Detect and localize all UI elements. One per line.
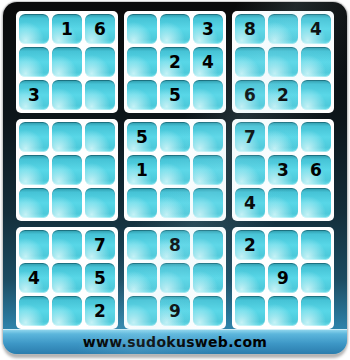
cell-r4c4[interactable]: 5 bbox=[127, 122, 157, 152]
footer-url: www.sudokusweb.com bbox=[83, 334, 267, 350]
cell-r1c8[interactable] bbox=[268, 14, 298, 44]
cell-r8c9[interactable] bbox=[301, 263, 331, 293]
cell-r5c5[interactable] bbox=[160, 155, 190, 185]
cell-r4c6[interactable] bbox=[193, 122, 223, 152]
cell-r8c1[interactable]: 4 bbox=[19, 263, 49, 293]
cell-r9c3[interactable]: 2 bbox=[85, 296, 115, 326]
cell-r4c2[interactable] bbox=[52, 122, 82, 152]
box-1: 163 bbox=[16, 11, 118, 113]
cell-r1c4[interactable] bbox=[127, 14, 157, 44]
box-9: 29 bbox=[232, 227, 334, 329]
cell-r1c5[interactable] bbox=[160, 14, 190, 44]
cell-r3c5[interactable]: 5 bbox=[160, 80, 190, 110]
cell-r5c9[interactable]: 6 bbox=[301, 155, 331, 185]
cell-r5c1[interactable] bbox=[19, 155, 49, 185]
cell-r5c6[interactable] bbox=[193, 155, 223, 185]
cell-r1c6[interactable]: 3 bbox=[193, 14, 223, 44]
cell-r8c3[interactable]: 5 bbox=[85, 263, 115, 293]
cell-r7c1[interactable] bbox=[19, 230, 49, 260]
cell-r3c2[interactable] bbox=[52, 80, 82, 110]
box-6: 7364 bbox=[232, 119, 334, 221]
cell-r7c3[interactable]: 7 bbox=[85, 230, 115, 260]
cell-r3c9[interactable] bbox=[301, 80, 331, 110]
cell-r2c2[interactable] bbox=[52, 47, 82, 77]
cell-r2c3[interactable] bbox=[85, 47, 115, 77]
cell-r4c5[interactable] bbox=[160, 122, 190, 152]
cell-r6c3[interactable] bbox=[85, 188, 115, 218]
cell-r5c8[interactable]: 3 bbox=[268, 155, 298, 185]
box-8: 89 bbox=[124, 227, 226, 329]
cell-r9c8[interactable] bbox=[268, 296, 298, 326]
cell-r7c7[interactable]: 2 bbox=[235, 230, 265, 260]
cell-r6c1[interactable] bbox=[19, 188, 49, 218]
cell-r7c2[interactable] bbox=[52, 230, 82, 260]
cell-r3c7[interactable]: 6 bbox=[235, 80, 265, 110]
cell-r2c5[interactable]: 2 bbox=[160, 47, 190, 77]
cell-r4c7[interactable]: 7 bbox=[235, 122, 265, 152]
cell-r6c9[interactable] bbox=[301, 188, 331, 218]
cell-r8c4[interactable] bbox=[127, 263, 157, 293]
cell-r9c5[interactable]: 9 bbox=[160, 296, 190, 326]
cell-r4c1[interactable] bbox=[19, 122, 49, 152]
cell-r5c7[interactable] bbox=[235, 155, 265, 185]
cell-r3c4[interactable] bbox=[127, 80, 157, 110]
cell-r2c4[interactable] bbox=[127, 47, 157, 77]
sudoku-panel: 1633245846251736474528929 www.sudokusweb… bbox=[3, 2, 347, 354]
cell-r9c4[interactable] bbox=[127, 296, 157, 326]
cell-r3c6[interactable] bbox=[193, 80, 223, 110]
cell-r6c5[interactable] bbox=[160, 188, 190, 218]
box-2: 3245 bbox=[124, 11, 226, 113]
cell-r6c6[interactable] bbox=[193, 188, 223, 218]
cell-r3c3[interactable] bbox=[85, 80, 115, 110]
cell-r3c1[interactable]: 3 bbox=[19, 80, 49, 110]
cell-r4c9[interactable] bbox=[301, 122, 331, 152]
cell-r9c7[interactable] bbox=[235, 296, 265, 326]
cell-r5c3[interactable] bbox=[85, 155, 115, 185]
cell-r7c5[interactable]: 8 bbox=[160, 230, 190, 260]
cell-r7c4[interactable] bbox=[127, 230, 157, 260]
cell-r3c8[interactable]: 2 bbox=[268, 80, 298, 110]
cell-r5c2[interactable] bbox=[52, 155, 82, 185]
cell-r6c8[interactable] bbox=[268, 188, 298, 218]
box-4 bbox=[16, 119, 118, 221]
cell-r9c2[interactable] bbox=[52, 296, 82, 326]
sudoku-page: 1633245846251736474528929 www.sudokusweb… bbox=[0, 0, 350, 360]
cell-r4c8[interactable] bbox=[268, 122, 298, 152]
cell-r2c7[interactable] bbox=[235, 47, 265, 77]
cell-r7c9[interactable] bbox=[301, 230, 331, 260]
cell-r8c5[interactable] bbox=[160, 263, 190, 293]
cell-r5c4[interactable]: 1 bbox=[127, 155, 157, 185]
cell-r7c8[interactable] bbox=[268, 230, 298, 260]
cell-r2c9[interactable] bbox=[301, 47, 331, 77]
cell-r2c6[interactable]: 4 bbox=[193, 47, 223, 77]
board-wrap: 1633245846251736474528929 bbox=[3, 2, 347, 329]
cell-r2c1[interactable] bbox=[19, 47, 49, 77]
cell-r1c7[interactable]: 8 bbox=[235, 14, 265, 44]
cell-r8c8[interactable]: 9 bbox=[268, 263, 298, 293]
cell-r6c2[interactable] bbox=[52, 188, 82, 218]
cell-r2c8[interactable] bbox=[268, 47, 298, 77]
box-3: 8462 bbox=[232, 11, 334, 113]
cell-r1c3[interactable]: 6 bbox=[85, 14, 115, 44]
cell-r6c7[interactable]: 4 bbox=[235, 188, 265, 218]
cell-r7c6[interactable] bbox=[193, 230, 223, 260]
box-5: 51 bbox=[124, 119, 226, 221]
cell-r6c4[interactable] bbox=[127, 188, 157, 218]
box-7: 7452 bbox=[16, 227, 118, 329]
board: 1633245846251736474528929 bbox=[16, 11, 334, 329]
cell-r1c1[interactable] bbox=[19, 14, 49, 44]
cell-r4c3[interactable] bbox=[85, 122, 115, 152]
cell-r9c1[interactable] bbox=[19, 296, 49, 326]
cell-r1c2[interactable]: 1 bbox=[52, 14, 82, 44]
cell-r8c6[interactable] bbox=[193, 263, 223, 293]
cell-r1c9[interactable]: 4 bbox=[301, 14, 331, 44]
cell-r9c9[interactable] bbox=[301, 296, 331, 326]
cell-r8c7[interactable] bbox=[235, 263, 265, 293]
footer-bar: www.sudokusweb.com bbox=[3, 329, 347, 354]
cell-r8c2[interactable] bbox=[52, 263, 82, 293]
cell-r9c6[interactable] bbox=[193, 296, 223, 326]
